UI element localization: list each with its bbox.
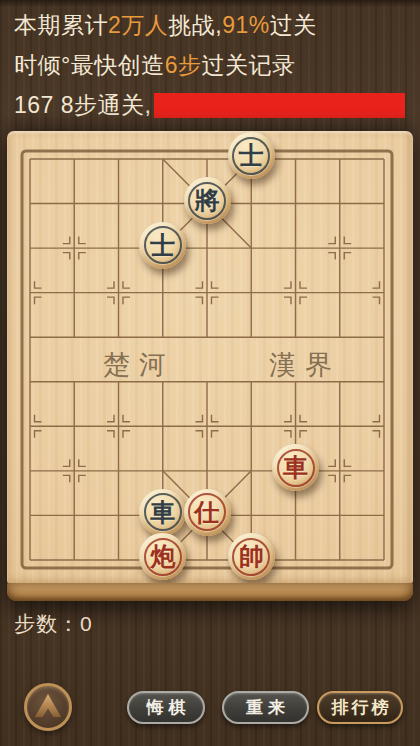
board-3d-edge: [7, 583, 413, 601]
piece-black-chariot[interactable]: 車: [139, 489, 186, 536]
piece-black-advisor[interactable]: 士: [228, 132, 275, 179]
chevron-up-icon: [31, 692, 65, 722]
stats-highlight: 6步: [165, 52, 202, 78]
piece-red-general[interactable]: 帥: [228, 533, 275, 580]
piece-glyph: 帥: [239, 544, 264, 569]
stats-line-3: 167 8步通关,: [14, 91, 406, 119]
piece-glyph: 士: [239, 143, 264, 168]
stats-text: 时倾°最快创造: [14, 52, 165, 78]
piece-glyph: 士: [150, 233, 175, 258]
stats-text: 挑战,: [168, 12, 222, 38]
piece-red-chariot[interactable]: 車: [272, 444, 319, 491]
piece-red-cannon[interactable]: 炮: [139, 533, 186, 580]
piece-glyph: 炮: [150, 544, 175, 569]
piece-glyph: 車: [150, 500, 175, 525]
step-counter: 步数：0: [14, 610, 93, 638]
leaderboard-button[interactable]: 排行榜: [317, 691, 403, 724]
piece-black-general[interactable]: 將: [184, 177, 231, 224]
xiangqi-board[interactable]: 楚河漢界 士將士車車仕炮帥: [7, 131, 413, 601]
redaction-box: [154, 93, 405, 118]
stats-text: 本期累计: [14, 12, 108, 38]
pieces-layer: 士將士車車仕炮帥: [8, 137, 406, 582]
home-button[interactable]: [24, 683, 72, 731]
piece-red-advisor[interactable]: 仕: [184, 489, 231, 536]
stats-panel: 本期累计2万人挑战,91%过关 时倾°最快创造6步过关记录 167 8步通关,: [0, 0, 420, 131]
stats-line-1: 本期累计2万人挑战,91%过关: [14, 11, 406, 39]
stats-highlight: 91%: [222, 12, 270, 38]
app-screen: 本期累计2万人挑战,91%过关 时倾°最快创造6步过关记录 167 8步通关, …: [0, 0, 420, 746]
piece-glyph: 車: [283, 455, 308, 480]
step-counter-value: 0: [80, 612, 93, 635]
step-counter-colon: ：: [58, 612, 80, 635]
stats-text: 过关记录: [202, 52, 296, 78]
piece-glyph: 將: [195, 188, 220, 213]
stats-line-2: 时倾°最快创造6步过关记录: [14, 51, 406, 79]
restart-button[interactable]: 重来: [222, 691, 309, 724]
step-counter-label: 步数: [14, 612, 58, 635]
stats-text: 过关: [270, 12, 317, 38]
stats-text: 167 8步通关,: [14, 91, 151, 119]
undo-button[interactable]: 悔棋: [127, 691, 205, 724]
piece-glyph: 仕: [195, 500, 220, 525]
stats-highlight: 2万人: [108, 12, 168, 38]
piece-black-advisor[interactable]: 士: [139, 222, 186, 269]
